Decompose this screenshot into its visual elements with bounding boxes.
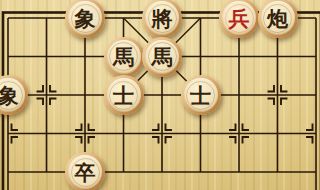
piece-black-general[interactable]: 將 [142,0,182,38]
piece-black-horse[interactable]: 馬 [104,37,144,77]
piece-face: 兵 [222,1,256,35]
piece-black-elephant[interactable]: 象 [0,75,28,115]
piece-face: 象 [68,1,102,35]
piece-face: 士 [184,78,218,112]
piece-black-advisor[interactable]: 士 [104,75,144,115]
piece-glyph: 馬 [113,46,134,67]
piece-face: 將 [145,1,179,35]
piece-face: 卒 [68,155,102,189]
piece-glyph: 炮 [267,7,288,28]
piece-black-cannon[interactable]: 炮 [258,0,298,38]
piece-face: 馬 [107,40,141,74]
piece-face: 象 [0,78,25,112]
piece-glyph: 象 [0,84,19,105]
piece-face: 馬 [145,40,179,74]
piece-black-elephant[interactable]: 象 [65,0,105,38]
piece-black-horse[interactable]: 馬 [142,37,182,77]
piece-glyph: 將 [152,7,173,28]
piece-glyph: 士 [113,84,134,105]
piece-face: 炮 [261,1,295,35]
piece-glyph: 兵 [229,7,250,28]
piece-black-advisor[interactable]: 士 [181,75,221,115]
piece-glyph: 卒 [75,161,96,182]
xiangqi-board[interactable]: 象將兵炮馬馬象士士卒 [0,0,320,190]
piece-red-soldier[interactable]: 兵 [219,0,259,38]
piece-glyph: 士 [190,84,211,105]
piece-black-soldier[interactable]: 卒 [65,152,105,190]
piece-glyph: 象 [75,7,96,28]
piece-layer: 象將兵炮馬馬象士士卒 [0,0,320,190]
piece-face: 士 [107,78,141,112]
piece-glyph: 馬 [152,46,173,67]
